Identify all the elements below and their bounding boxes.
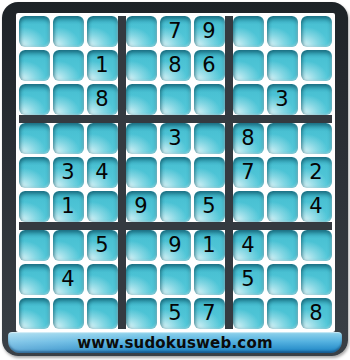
box-2-2: 395: [126, 123, 225, 222]
cell-r3c4[interactable]: [126, 84, 157, 115]
site-url-label: www.sudokusweb.com: [77, 334, 272, 352]
cell-r4c1[interactable]: [19, 123, 50, 154]
cell-r6c3[interactable]: [87, 191, 118, 222]
cell-r3c5[interactable]: [160, 84, 191, 115]
cell-r1c8[interactable]: [267, 16, 298, 47]
cell-r5c4[interactable]: [126, 157, 157, 188]
box-3-2: 9157: [126, 230, 225, 329]
box-1-3: 3: [233, 16, 332, 115]
cell-r9c3[interactable]: [87, 298, 118, 329]
cell-r1c3[interactable]: [87, 16, 118, 47]
cell-r5c3[interactable]: 4: [87, 157, 118, 188]
cell-r2c5[interactable]: 8: [160, 50, 191, 81]
cell-r6c2[interactable]: 1: [53, 191, 84, 222]
cell-r4c8[interactable]: [267, 123, 298, 154]
cell-r7c3[interactable]: 5: [87, 230, 118, 261]
cell-r2c2[interactable]: [53, 50, 84, 81]
cell-r7c2[interactable]: [53, 230, 84, 261]
cell-r7c7[interactable]: 4: [233, 230, 264, 261]
cell-r3c3[interactable]: 8: [87, 84, 118, 115]
cell-r9c4[interactable]: [126, 298, 157, 329]
cell-r9c5[interactable]: 5: [160, 298, 191, 329]
cell-r5c7[interactable]: 7: [233, 157, 264, 188]
box-3-3: 458: [233, 230, 332, 329]
box-3-1: 54: [19, 230, 118, 329]
cell-r2c3[interactable]: 1: [87, 50, 118, 81]
cell-r4c6[interactable]: [194, 123, 225, 154]
cell-r6c4[interactable]: 9: [126, 191, 157, 222]
cell-r8c6[interactable]: [194, 264, 225, 295]
cell-r8c2[interactable]: 4: [53, 264, 84, 295]
cell-r3c9[interactable]: [301, 84, 332, 115]
cell-r4c5[interactable]: 3: [160, 123, 191, 154]
cell-r3c1[interactable]: [19, 84, 50, 115]
cell-r9c1[interactable]: [19, 298, 50, 329]
cell-r5c5[interactable]: [160, 157, 191, 188]
cell-r7c1[interactable]: [19, 230, 50, 261]
cell-r9c2[interactable]: [53, 298, 84, 329]
grid-panel: 18798633413958724549157458: [16, 13, 335, 332]
cell-r4c3[interactable]: [87, 123, 118, 154]
cell-r6c5[interactable]: [160, 191, 191, 222]
box-1-2: 7986: [126, 16, 225, 115]
page: 18798633413958724549157458 www.sudokuswe…: [0, 0, 350, 360]
cell-r6c8[interactable]: [267, 191, 298, 222]
cell-r6c7[interactable]: [233, 191, 264, 222]
cell-r2c6[interactable]: 6: [194, 50, 225, 81]
cell-r3c6[interactable]: [194, 84, 225, 115]
cell-r5c9[interactable]: 2: [301, 157, 332, 188]
box-1-1: 18: [19, 16, 118, 115]
cell-r8c1[interactable]: [19, 264, 50, 295]
cell-r1c5[interactable]: 7: [160, 16, 191, 47]
cell-r4c9[interactable]: [301, 123, 332, 154]
cell-r4c4[interactable]: [126, 123, 157, 154]
cell-r1c4[interactable]: [126, 16, 157, 47]
cell-r2c8[interactable]: [267, 50, 298, 81]
cell-r7c6[interactable]: 1: [194, 230, 225, 261]
cell-r2c4[interactable]: [126, 50, 157, 81]
cell-r6c9[interactable]: 4: [301, 191, 332, 222]
cell-r5c6[interactable]: [194, 157, 225, 188]
sudoku-grid: 18798633413958724549157458: [19, 16, 332, 329]
cell-r2c7[interactable]: [233, 50, 264, 81]
cell-r1c1[interactable]: [19, 16, 50, 47]
cell-r2c9[interactable]: [301, 50, 332, 81]
box-2-3: 8724: [233, 123, 332, 222]
cell-r8c7[interactable]: 5: [233, 264, 264, 295]
cell-r6c1[interactable]: [19, 191, 50, 222]
cell-r3c8[interactable]: 3: [267, 84, 298, 115]
cell-r3c2[interactable]: [53, 84, 84, 115]
cell-r1c2[interactable]: [53, 16, 84, 47]
cell-r8c5[interactable]: [160, 264, 191, 295]
cell-r8c4[interactable]: [126, 264, 157, 295]
cell-r1c7[interactable]: [233, 16, 264, 47]
cell-r7c9[interactable]: [301, 230, 332, 261]
cell-r9c8[interactable]: [267, 298, 298, 329]
cell-r4c7[interactable]: 8: [233, 123, 264, 154]
cell-r8c9[interactable]: [301, 264, 332, 295]
cell-r8c3[interactable]: [87, 264, 118, 295]
cell-r4c2[interactable]: [53, 123, 84, 154]
cell-r5c8[interactable]: [267, 157, 298, 188]
sudoku-board: 18798633413958724549157458 www.sudokuswe…: [2, 2, 348, 356]
cell-r9c6[interactable]: 7: [194, 298, 225, 329]
cell-r8c8[interactable]: [267, 264, 298, 295]
footer-banner: www.sudokusweb.com: [8, 332, 342, 353]
cell-r2c1[interactable]: [19, 50, 50, 81]
cell-r9c7[interactable]: [233, 298, 264, 329]
cell-r7c5[interactable]: 9: [160, 230, 191, 261]
cell-r7c8[interactable]: [267, 230, 298, 261]
cell-r1c9[interactable]: [301, 16, 332, 47]
cell-r5c1[interactable]: [19, 157, 50, 188]
cell-r1c6[interactable]: 9: [194, 16, 225, 47]
cell-r7c4[interactable]: [126, 230, 157, 261]
box-2-1: 341: [19, 123, 118, 222]
cell-r3c7[interactable]: [233, 84, 264, 115]
cell-r6c6[interactable]: 5: [194, 191, 225, 222]
cell-r5c2[interactable]: 3: [53, 157, 84, 188]
cell-r9c9[interactable]: 8: [301, 298, 332, 329]
